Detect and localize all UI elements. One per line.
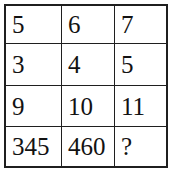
grid-cell-r2c2: 4 bbox=[62, 44, 115, 86]
grid-cell-r3c3: 11 bbox=[115, 86, 166, 127]
grid-cell-r3c1: 9 bbox=[6, 86, 62, 127]
grid-cell-r3c2: 10 bbox=[62, 86, 115, 127]
grid-cell-r4c2: 460 bbox=[62, 127, 115, 166]
grid-cell-r1c3: 7 bbox=[115, 6, 166, 44]
grid-cell-r4c3-unknown: ? bbox=[115, 127, 166, 166]
grid-cell-r4c1: 345 bbox=[6, 127, 62, 166]
number-grid: 5 6 7 3 4 5 9 10 11 345 460 ? bbox=[4, 4, 168, 168]
grid-cell-r2c3: 5 bbox=[115, 44, 166, 86]
grid-cell-r2c1: 3 bbox=[6, 44, 62, 86]
grid-cell-r1c2: 6 bbox=[62, 6, 115, 44]
puzzle-canvas: 5 6 7 3 4 5 9 10 11 345 460 ? bbox=[0, 0, 175, 176]
grid-cell-r1c1: 5 bbox=[6, 6, 62, 44]
